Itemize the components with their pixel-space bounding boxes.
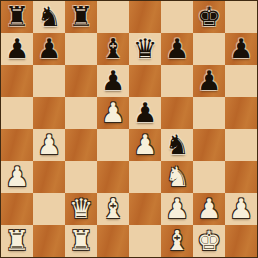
black-pawn-piece[interactable]: ♟ bbox=[161, 33, 193, 65]
square-d2[interactable]: ♝ bbox=[97, 193, 129, 225]
square-a7[interactable]: ♟ bbox=[1, 33, 33, 65]
square-d3[interactable] bbox=[97, 161, 129, 193]
square-g5[interactable] bbox=[193, 97, 225, 129]
white-rook-piece[interactable]: ♜ bbox=[65, 225, 97, 257]
square-b7[interactable]: ♟ bbox=[33, 33, 65, 65]
square-d1[interactable] bbox=[97, 225, 129, 257]
square-h2[interactable]: ♟ bbox=[225, 193, 257, 225]
black-pawn-piece[interactable]: ♟ bbox=[193, 65, 225, 97]
square-c3[interactable] bbox=[65, 161, 97, 193]
square-g6[interactable]: ♟ bbox=[193, 65, 225, 97]
white-pawn-piece[interactable]: ♟ bbox=[193, 193, 225, 225]
black-knight-piece[interactable]: ♞ bbox=[33, 1, 65, 33]
square-b8[interactable]: ♞ bbox=[33, 1, 65, 33]
white-queen-piece[interactable]: ♛ bbox=[65, 193, 97, 225]
square-g2[interactable]: ♟ bbox=[193, 193, 225, 225]
white-knight-piece[interactable]: ♞ bbox=[161, 161, 193, 193]
black-pawn-piece[interactable]: ♟ bbox=[225, 33, 257, 65]
square-d6[interactable]: ♟ bbox=[97, 65, 129, 97]
square-g4[interactable] bbox=[193, 129, 225, 161]
square-e3[interactable] bbox=[129, 161, 161, 193]
square-a8[interactable]: ♜ bbox=[1, 1, 33, 33]
square-f4[interactable]: ♞ bbox=[161, 129, 193, 161]
square-e8[interactable] bbox=[129, 1, 161, 33]
square-d5[interactable]: ♟ bbox=[97, 97, 129, 129]
square-e2[interactable] bbox=[129, 193, 161, 225]
square-a2[interactable] bbox=[1, 193, 33, 225]
square-a5[interactable] bbox=[1, 97, 33, 129]
square-h3[interactable] bbox=[225, 161, 257, 193]
white-rook-piece[interactable]: ♜ bbox=[1, 225, 33, 257]
square-f3[interactable]: ♞ bbox=[161, 161, 193, 193]
white-bishop-piece[interactable]: ♝ bbox=[97, 193, 129, 225]
black-queen-piece[interactable]: ♛ bbox=[129, 33, 161, 65]
square-f1[interactable]: ♝ bbox=[161, 225, 193, 257]
black-rook-piece[interactable]: ♜ bbox=[1, 1, 33, 33]
white-pawn-piece[interactable]: ♟ bbox=[1, 161, 33, 193]
square-g8[interactable]: ♚ bbox=[193, 1, 225, 33]
white-pawn-piece[interactable]: ♟ bbox=[129, 129, 161, 161]
square-h1[interactable] bbox=[225, 225, 257, 257]
square-f6[interactable] bbox=[161, 65, 193, 97]
black-king-piece[interactable]: ♚ bbox=[193, 1, 225, 33]
square-c1[interactable]: ♜ bbox=[65, 225, 97, 257]
square-b6[interactable] bbox=[33, 65, 65, 97]
square-d8[interactable] bbox=[97, 1, 129, 33]
white-pawn-piece[interactable]: ♟ bbox=[97, 97, 129, 129]
square-b2[interactable] bbox=[33, 193, 65, 225]
square-c4[interactable] bbox=[65, 129, 97, 161]
square-c7[interactable] bbox=[65, 33, 97, 65]
square-e6[interactable] bbox=[129, 65, 161, 97]
square-e4[interactable]: ♟ bbox=[129, 129, 161, 161]
black-bishop-piece[interactable]: ♝ bbox=[97, 33, 129, 65]
square-h5[interactable] bbox=[225, 97, 257, 129]
white-pawn-piece[interactable]: ♟ bbox=[225, 193, 257, 225]
square-c6[interactable] bbox=[65, 65, 97, 97]
square-e5[interactable]: ♟ bbox=[129, 97, 161, 129]
square-g1[interactable]: ♚ bbox=[193, 225, 225, 257]
square-e1[interactable] bbox=[129, 225, 161, 257]
black-pawn-piece[interactable]: ♟ bbox=[33, 33, 65, 65]
square-f8[interactable] bbox=[161, 1, 193, 33]
square-h7[interactable]: ♟ bbox=[225, 33, 257, 65]
white-pawn-piece[interactable]: ♟ bbox=[161, 193, 193, 225]
square-h6[interactable] bbox=[225, 65, 257, 97]
square-b4[interactable]: ♟ bbox=[33, 129, 65, 161]
black-knight-piece[interactable]: ♞ bbox=[161, 129, 193, 161]
square-a4[interactable] bbox=[1, 129, 33, 161]
square-a6[interactable] bbox=[1, 65, 33, 97]
square-f7[interactable]: ♟ bbox=[161, 33, 193, 65]
square-e7[interactable]: ♛ bbox=[129, 33, 161, 65]
square-d7[interactable]: ♝ bbox=[97, 33, 129, 65]
chess-board-container: ♜♞♜♚♟♟♝♛♟♟♟♟♟♟♟♟♞♟♞♛♝♟♟♟♜♜♝♚ bbox=[0, 0, 258, 258]
square-b3[interactable] bbox=[33, 161, 65, 193]
chess-board: ♜♞♜♚♟♟♝♛♟♟♟♟♟♟♟♟♞♟♞♛♝♟♟♟♜♜♝♚ bbox=[0, 0, 258, 258]
white-bishop-piece[interactable]: ♝ bbox=[161, 225, 193, 257]
white-pawn-piece[interactable]: ♟ bbox=[33, 129, 65, 161]
white-king-piece[interactable]: ♚ bbox=[193, 225, 225, 257]
black-rook-piece[interactable]: ♜ bbox=[65, 1, 97, 33]
square-a1[interactable]: ♜ bbox=[1, 225, 33, 257]
square-h4[interactable] bbox=[225, 129, 257, 161]
square-c8[interactable]: ♜ bbox=[65, 1, 97, 33]
black-pawn-piece[interactable]: ♟ bbox=[97, 65, 129, 97]
black-pawn-piece[interactable]: ♟ bbox=[1, 33, 33, 65]
square-a3[interactable]: ♟ bbox=[1, 161, 33, 193]
square-h8[interactable] bbox=[225, 1, 257, 33]
square-b5[interactable] bbox=[33, 97, 65, 129]
square-c2[interactable]: ♛ bbox=[65, 193, 97, 225]
black-pawn-piece[interactable]: ♟ bbox=[129, 97, 161, 129]
square-f2[interactable]: ♟ bbox=[161, 193, 193, 225]
square-b1[interactable] bbox=[33, 225, 65, 257]
square-f5[interactable] bbox=[161, 97, 193, 129]
square-g3[interactable] bbox=[193, 161, 225, 193]
square-g7[interactable] bbox=[193, 33, 225, 65]
square-d4[interactable] bbox=[97, 129, 129, 161]
square-c5[interactable] bbox=[65, 97, 97, 129]
